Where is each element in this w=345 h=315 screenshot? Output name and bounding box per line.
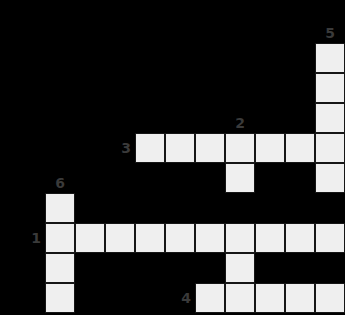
cell[interactable] bbox=[75, 223, 105, 253]
clue-number: 2 bbox=[225, 116, 255, 130]
cell[interactable] bbox=[165, 133, 195, 163]
cell[interactable] bbox=[45, 253, 75, 283]
cell[interactable] bbox=[315, 43, 345, 73]
clue-number: 5 bbox=[315, 26, 345, 40]
cell[interactable] bbox=[315, 133, 345, 163]
cell[interactable] bbox=[225, 133, 255, 163]
clue-number: 4 bbox=[173, 291, 191, 305]
cell[interactable] bbox=[255, 283, 285, 313]
cell[interactable] bbox=[315, 163, 345, 193]
cell[interactable] bbox=[135, 133, 165, 163]
cell[interactable] bbox=[135, 223, 165, 253]
cell[interactable] bbox=[195, 223, 225, 253]
cell[interactable] bbox=[225, 163, 255, 193]
cell[interactable] bbox=[225, 253, 255, 283]
cell[interactable] bbox=[315, 223, 345, 253]
cell[interactable] bbox=[315, 283, 345, 313]
cell[interactable] bbox=[45, 193, 75, 223]
cell[interactable] bbox=[105, 223, 135, 253]
crossword-board: 123456 bbox=[0, 0, 345, 315]
cell[interactable] bbox=[315, 73, 345, 103]
cell[interactable] bbox=[315, 103, 345, 133]
cell[interactable] bbox=[45, 283, 75, 313]
cell[interactable] bbox=[165, 223, 195, 253]
cell[interactable] bbox=[195, 283, 225, 313]
cell[interactable] bbox=[195, 133, 225, 163]
cell[interactable] bbox=[255, 133, 285, 163]
clue-number: 6 bbox=[45, 176, 75, 190]
cell[interactable] bbox=[285, 133, 315, 163]
cell[interactable] bbox=[255, 223, 285, 253]
cell[interactable] bbox=[225, 223, 255, 253]
clue-number: 1 bbox=[23, 231, 41, 245]
cell[interactable] bbox=[285, 223, 315, 253]
cell[interactable] bbox=[45, 223, 75, 253]
cell[interactable] bbox=[225, 283, 255, 313]
clue-number: 3 bbox=[113, 141, 131, 155]
cell[interactable] bbox=[285, 283, 315, 313]
